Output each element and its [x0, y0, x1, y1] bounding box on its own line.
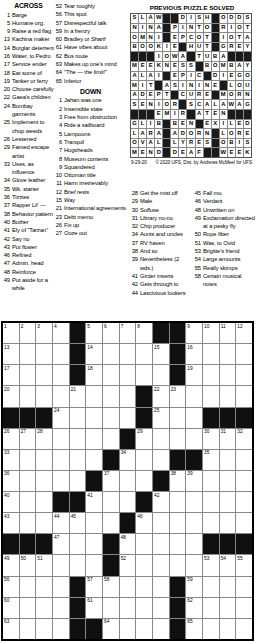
prev-letter-cell: A — [147, 14, 154, 23]
grid-cell[interactable] — [86, 555, 102, 575]
grid-cell[interactable]: 25 — [153, 408, 169, 428]
grid-cell[interactable]: 28 — [36, 429, 52, 449]
grid-cell[interactable] — [86, 386, 102, 406]
prev-letter-cell: E — [228, 148, 235, 157]
grid-cell[interactable]: 2 — [20, 323, 36, 343]
grid-cell[interactable] — [220, 619, 236, 639]
grid-cell[interactable]: 43 — [3, 513, 19, 533]
grid-cell[interactable] — [153, 365, 169, 385]
clue-number: 26 — [53, 221, 62, 229]
grid-cell[interactable] — [220, 471, 236, 491]
clue-38: 38Behavior pattern — [1, 210, 56, 218]
grid-cell[interactable] — [86, 429, 102, 449]
grid-cell[interactable]: 20 — [3, 386, 19, 406]
clue-number: 15 — [53, 196, 62, 204]
grid-cell[interactable]: 4 — [53, 323, 69, 343]
clue-text: Squandered — [64, 163, 128, 171]
grid-cell[interactable] — [103, 429, 119, 449]
grid-cell[interactable]: 37 — [103, 471, 119, 491]
grid-cell[interactable]: 63 — [3, 619, 19, 639]
prev-letter-cell: B — [131, 43, 138, 52]
grid-cell[interactable] — [153, 450, 169, 470]
grid-cell[interactable] — [186, 408, 202, 428]
clue-text: And so — [140, 247, 189, 255]
grid-cell[interactable] — [53, 471, 69, 491]
grid-cell[interactable] — [186, 386, 202, 406]
grid-cell[interactable] — [20, 471, 36, 491]
grid-cell[interactable] — [53, 577, 69, 597]
prev-letter-cell: D — [139, 91, 146, 100]
grid-cell[interactable] — [186, 534, 202, 554]
grid-cell[interactable]: 58 — [103, 577, 119, 597]
grid-cell[interactable] — [220, 344, 236, 364]
grid-cell[interactable]: 1 — [3, 323, 19, 343]
grid-cell[interactable] — [103, 344, 119, 364]
prev-black-cell — [163, 148, 170, 157]
clue-1: 1Jahan was one — [53, 96, 128, 104]
grid-cell[interactable] — [236, 577, 252, 597]
grid-cell[interactable]: 55 — [236, 555, 252, 575]
clue-text: Choose carefully — [12, 85, 56, 93]
grid-cell[interactable]: 53 — [203, 555, 219, 575]
grid-cell[interactable] — [203, 577, 219, 597]
grid-cell[interactable]: 60 — [3, 598, 19, 618]
grid-cell[interactable] — [20, 344, 36, 364]
grid-cell[interactable]: 15 — [153, 344, 169, 364]
grid-cell[interactable]: 61 — [86, 598, 102, 618]
grid-cell[interactable]: 9 — [186, 323, 202, 343]
grid-cell[interactable] — [153, 513, 169, 533]
grid-cell[interactable] — [220, 450, 236, 470]
grid-cell[interactable]: 10 — [203, 323, 219, 343]
clue-text: Eat some of — [12, 69, 56, 77]
clue-text: Ooze out — [64, 229, 128, 237]
grid-cell[interactable] — [36, 471, 52, 491]
grid-cell[interactable] — [203, 344, 219, 364]
clue-number: 60 — [53, 35, 62, 43]
grid-cell[interactable] — [36, 344, 52, 364]
grid-cell[interactable] — [220, 598, 236, 618]
grid-cell[interactable] — [53, 450, 69, 470]
grid-cell[interactable] — [36, 577, 52, 597]
grid-cell[interactable]: 7 — [120, 323, 136, 343]
grid-cell[interactable] — [36, 492, 52, 512]
grid-cell[interactable] — [20, 513, 36, 533]
grid-cell[interactable] — [120, 386, 136, 406]
prev-letter-cell: T — [196, 52, 203, 61]
grid-cell[interactable] — [36, 450, 52, 470]
down-clue-list: 1Jahan was one2Insensible state3Free fro… — [53, 96, 128, 237]
clue-number: 36 — [1, 193, 10, 201]
grid-cell[interactable] — [20, 386, 36, 406]
prev-letter-cell: I — [220, 33, 227, 42]
prev-letter-cell: V — [139, 139, 146, 148]
cell-number: 14 — [87, 345, 92, 350]
prev-letter-cell: U — [187, 91, 194, 100]
grid-cell[interactable] — [70, 408, 86, 428]
grid-cell[interactable] — [153, 577, 169, 597]
grid-cell[interactable] — [186, 555, 202, 575]
clue-column-2: 52Tear roughly56This spot57Disrespectful… — [53, 2, 128, 238]
grid-cell[interactable] — [86, 513, 102, 533]
prev-letter-cell: L — [171, 139, 178, 148]
clue-6: 6Tranquil — [53, 138, 128, 146]
grid-cell[interactable] — [136, 534, 152, 554]
grid-cell[interactable]: 32 — [236, 429, 252, 449]
clue-9: 9Squandered — [53, 163, 128, 171]
cell-number: 22 — [154, 387, 159, 392]
grid-cell[interactable]: 46 — [136, 513, 152, 533]
clue-text: International agreements — [64, 204, 128, 212]
grid-cell[interactable]: 6 — [103, 323, 119, 343]
grid-cell[interactable] — [53, 344, 69, 364]
grid-cell[interactable] — [70, 429, 86, 449]
grid-cell[interactable] — [236, 598, 252, 618]
clue-58: 58Certain musical notes — [192, 272, 255, 289]
prev-letter-cell: E — [236, 148, 243, 157]
grid-cell[interactable] — [120, 365, 136, 385]
prev-letter-cell: D — [244, 120, 251, 129]
prev-letter-cell: M — [131, 148, 138, 157]
grid-cell[interactable]: 29 — [136, 429, 152, 449]
grid-cell[interactable] — [120, 471, 136, 491]
grid-black-cell — [70, 323, 86, 343]
grid-cell[interactable] — [103, 365, 119, 385]
grid-cell[interactable]: 13 — [3, 344, 19, 364]
grid-cell[interactable] — [203, 471, 219, 491]
grid-cell[interactable] — [236, 619, 252, 639]
grid-cell[interactable]: 57 — [86, 577, 102, 597]
clue-46: 46Verdant — [192, 197, 255, 205]
grid-cell[interactable]: 23 — [170, 386, 186, 406]
grid-cell[interactable]: 42 — [153, 492, 169, 512]
grid-cell[interactable] — [120, 577, 136, 597]
prev-letter-cell: P — [155, 91, 162, 100]
grid-cell[interactable]: 38 — [170, 471, 186, 491]
prev-letter-cell: G — [244, 100, 251, 109]
grid-cell[interactable] — [103, 386, 119, 406]
cell-number: 3 — [37, 324, 40, 329]
prev-black-cell — [179, 100, 186, 109]
prev-letter-cell: I — [155, 72, 162, 81]
grid-cell[interactable] — [170, 408, 186, 428]
prev-letter-cell: O — [244, 72, 251, 81]
grid-cell[interactable]: 3 — [36, 323, 52, 343]
clue-61: 61Have vibes about — [53, 43, 128, 51]
grid-cell[interactable] — [53, 598, 69, 618]
grid-cell[interactable] — [153, 619, 169, 639]
grid-cell[interactable] — [203, 365, 219, 385]
grid-cell[interactable]: 17 — [3, 365, 19, 385]
grid-cell[interactable] — [53, 555, 69, 575]
grid-cell[interactable]: 22 — [153, 386, 169, 406]
grid-cell[interactable] — [20, 577, 36, 597]
clue-text: Tizzies — [12, 193, 56, 201]
grid-cell[interactable] — [86, 534, 102, 554]
clue-number: 22 — [1, 93, 10, 101]
grid-cell[interactable] — [170, 534, 186, 554]
grid-cell[interactable]: 12 — [236, 323, 252, 343]
cell-number: 63 — [4, 619, 9, 624]
prev-letter-cell: E — [139, 100, 146, 109]
grid-cell[interactable]: 14 — [86, 344, 102, 364]
clue-number: 57 — [53, 19, 62, 27]
grid-cell[interactable] — [136, 555, 152, 575]
clue-text: Lessened — [12, 135, 56, 143]
grid-cell[interactable]: 16 — [186, 344, 202, 364]
grid-cell[interactable]: 64 — [103, 619, 119, 639]
grid-black-cell — [20, 534, 36, 554]
grid-cell[interactable] — [153, 429, 169, 449]
grid-cell[interactable] — [136, 598, 152, 618]
grid-cell[interactable]: 8 — [136, 323, 152, 343]
prev-letter-cell: A — [155, 24, 162, 33]
prev-letter-cell: Y — [179, 139, 186, 148]
grid-cell[interactable]: 41 — [86, 492, 102, 512]
cell-number: 8 — [137, 324, 140, 329]
grid-cell[interactable] — [103, 513, 119, 533]
grid-cell[interactable]: 30 — [203, 429, 219, 449]
grid-cell[interactable] — [136, 344, 152, 364]
grid-cell[interactable]: 49 — [3, 555, 19, 575]
grid-cell[interactable] — [153, 534, 169, 554]
grid-cell[interactable]: 50 — [20, 555, 36, 575]
clue-number: 35 — [1, 185, 10, 193]
clue-50: 50Rope fiber — [192, 230, 255, 238]
grid-cell[interactable] — [220, 492, 236, 512]
clue-text: Museum contents — [64, 155, 128, 163]
prev-letter-cell: A — [139, 129, 146, 138]
grid-cell[interactable]: 5 — [86, 323, 102, 343]
prev-letter-cell: T — [204, 110, 211, 119]
cell-number: 59 — [187, 577, 192, 582]
grid-cell[interactable] — [103, 492, 119, 512]
grid-cell[interactable] — [136, 365, 152, 385]
grid-cell[interactable] — [53, 365, 69, 385]
grid-cell[interactable] — [186, 513, 202, 533]
grid-cell[interactable]: 47 — [53, 534, 69, 554]
grid-cell[interactable]: 62 — [186, 598, 202, 618]
clue-text: Refined — [12, 251, 56, 259]
grid-cell[interactable] — [170, 513, 186, 533]
prev-letter-cell: K — [155, 62, 162, 71]
prev-letter-cell: T — [147, 81, 154, 90]
grid-cell[interactable] — [70, 534, 86, 554]
prev-letter-cell: R — [187, 139, 194, 148]
grid-cell[interactable]: 59 — [186, 577, 202, 597]
grid-cell[interactable] — [236, 471, 252, 491]
clue-42: 42Gets through to — [129, 280, 189, 288]
grid-cell[interactable] — [86, 450, 102, 470]
grid-cell[interactable]: 65 — [186, 619, 202, 639]
grid-cell[interactable] — [20, 365, 36, 385]
prev-black-cell — [179, 43, 186, 52]
grid-cell[interactable]: 33 — [3, 450, 19, 470]
prev-black-cell — [187, 52, 194, 61]
grid-cell[interactable]: 34 — [120, 450, 136, 470]
grid-cell[interactable]: 44 — [53, 513, 69, 533]
grid-cell[interactable] — [36, 598, 52, 618]
clue-text: Really skimps — [203, 264, 255, 272]
clue-text: Pot flower — [12, 243, 56, 251]
grid-cell[interactable] — [170, 429, 186, 449]
grid-cell[interactable] — [236, 344, 252, 364]
clue-51: 51Was, to Ovid — [192, 239, 255, 247]
prev-letter-cell: W — [220, 148, 227, 157]
prev-letter-cell: I — [155, 52, 162, 61]
grid-cell[interactable]: 45 — [70, 513, 86, 533]
prev-letter-cell: M — [220, 62, 227, 71]
grid-cell[interactable]: 24 — [53, 408, 69, 428]
grid-cell[interactable]: 48 — [120, 534, 136, 554]
grid-black-cell — [103, 534, 119, 554]
grid-black-cell — [3, 534, 19, 554]
grid-cell[interactable]: 51 — [36, 555, 52, 575]
grid-cell[interactable] — [36, 619, 52, 639]
grid-cell[interactable] — [236, 386, 252, 406]
cell-number: 31 — [221, 429, 226, 434]
grid-cell[interactable] — [36, 386, 52, 406]
grid-cell[interactable]: 35 — [203, 450, 219, 470]
prev-black-cell — [212, 43, 219, 52]
clue-number: 1 — [53, 96, 62, 104]
prev-letter-cell: I — [139, 81, 146, 90]
prev-letter-cell: N — [147, 148, 154, 157]
clue-15: 15Way — [53, 196, 128, 204]
grid-cell[interactable] — [203, 598, 219, 618]
grid-cell[interactable]: 21 — [70, 386, 86, 406]
grid-cell[interactable] — [136, 471, 152, 491]
grid-cell[interactable] — [153, 555, 169, 575]
grid-cell[interactable] — [120, 598, 136, 618]
grid-cell[interactable] — [220, 577, 236, 597]
grid-cell[interactable] — [120, 619, 136, 639]
clue-number: 10 — [53, 171, 62, 179]
cell-number: 42 — [154, 493, 159, 498]
prev-letter-cell: A — [179, 52, 186, 61]
prev-letter-cell: O — [131, 139, 138, 148]
grid-cell[interactable] — [86, 408, 102, 428]
grid-cell[interactable] — [70, 450, 86, 470]
previous-puzzle-title: PREVIOUS PUZZLE SOLVED — [128, 4, 256, 11]
clue-text: Hogsheads — [64, 146, 128, 154]
prev-letter-cell: O — [236, 81, 243, 90]
grid-cell[interactable]: 11 — [220, 323, 236, 343]
clue-41: 41Girder inserts — [129, 272, 189, 280]
grid-cell[interactable]: 52 — [120, 555, 136, 575]
grid-cell[interactable] — [20, 619, 36, 639]
clue-44: 44Lascivious lookers — [129, 289, 189, 297]
grid-cell[interactable]: 54 — [220, 555, 236, 575]
grid-cell[interactable] — [186, 429, 202, 449]
grid-cell[interactable]: 18 — [86, 365, 102, 385]
prev-letter-cell: L — [212, 100, 219, 109]
grid-cell[interactable] — [170, 492, 186, 512]
down-header: DOWN — [53, 88, 128, 97]
grid-cell[interactable] — [203, 492, 219, 512]
grid-cell[interactable]: 19 — [186, 365, 202, 385]
cell-number: 40 — [4, 493, 9, 498]
clue-56: 56This spot — [53, 10, 128, 18]
prev-letter-cell: I — [139, 24, 146, 33]
grid-cell[interactable]: 31 — [220, 429, 236, 449]
clue-number: 27 — [53, 229, 62, 237]
prev-letter-cell: L — [228, 120, 235, 129]
clue-39: 39Nevertheless (2 wds.) — [129, 255, 189, 272]
grid-cell[interactable] — [220, 513, 236, 533]
grid-cell[interactable] — [20, 598, 36, 618]
grid-black-cell — [20, 408, 36, 428]
grid-cell[interactable] — [20, 450, 36, 470]
grid-cell[interactable]: 40 — [3, 492, 19, 512]
prev-letter-cell: I — [163, 43, 170, 52]
grid-cell[interactable] — [236, 365, 252, 385]
grid-cell[interactable] — [103, 598, 119, 618]
grid-cell[interactable] — [70, 555, 86, 575]
grid-cell[interactable] — [103, 408, 119, 428]
grid-cell[interactable] — [36, 365, 52, 385]
clue-53: 53Brigitte's friend — [192, 247, 255, 255]
grid-cell[interactable] — [20, 492, 36, 512]
grid-cell[interactable] — [36, 513, 52, 533]
grid-cell[interactable] — [186, 492, 202, 512]
clue-29: 29Male — [129, 197, 189, 205]
prev-letter-cell: R — [196, 129, 203, 138]
clue-text: Say no — [12, 235, 56, 243]
grid-cell[interactable] — [236, 513, 252, 533]
grid-cell[interactable] — [53, 386, 69, 406]
clue-text: Way — [64, 196, 128, 204]
grid-cell[interactable] — [203, 619, 219, 639]
grid-cell[interactable] — [120, 344, 136, 364]
grid-cell[interactable] — [70, 471, 86, 491]
grid-cell[interactable] — [220, 386, 236, 406]
grid-cell[interactable] — [170, 555, 186, 575]
prev-letter-cell: B — [204, 62, 211, 71]
grid-cell[interactable] — [220, 365, 236, 385]
grid-cell[interactable] — [136, 619, 152, 639]
cell-number: 17 — [4, 366, 9, 371]
grid-cell[interactable] — [136, 577, 152, 597]
grid-cell[interactable] — [120, 408, 136, 428]
grid-cell[interactable] — [120, 492, 136, 512]
prev-black-cell — [212, 33, 219, 42]
grid-cell[interactable] — [203, 513, 219, 533]
grid-cell[interactable] — [236, 450, 252, 470]
prev-black-cell — [228, 52, 235, 61]
cell-number: 64 — [104, 619, 109, 624]
grid-cell[interactable]: 27 — [20, 429, 36, 449]
grid-cell[interactable]: 56 — [3, 577, 19, 597]
clue-text: Ely of "Tarzan" — [12, 226, 56, 234]
clue-text: Uses, as influence — [12, 160, 56, 177]
clue-number: 44 — [129, 289, 138, 297]
grid-cell[interactable]: 36 — [3, 471, 19, 491]
prev-letter-cell: R — [171, 100, 178, 109]
grid-cell[interactable] — [136, 450, 152, 470]
grid-cell[interactable] — [153, 598, 169, 618]
clue-text: Bombay garments — [12, 102, 56, 119]
grid-cell[interactable] — [53, 429, 69, 449]
grid-cell[interactable] — [236, 492, 252, 512]
prev-letter-cell: E — [244, 129, 251, 138]
grid-cell[interactable] — [203, 386, 219, 406]
grid-cell[interactable]: 26 — [3, 429, 19, 449]
clue-13: 13Kachina maker — [1, 35, 56, 43]
grid-cell[interactable]: 39 — [186, 471, 202, 491]
clue-text: Makes up one's mind — [64, 60, 128, 68]
grid-cell[interactable] — [53, 619, 69, 639]
